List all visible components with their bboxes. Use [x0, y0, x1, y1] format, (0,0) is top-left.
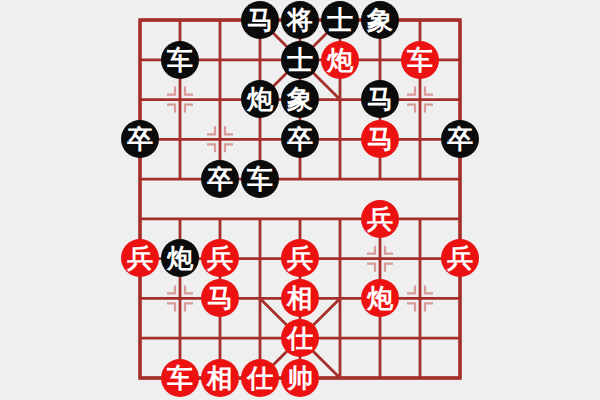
piece-red-advisor[interactable]: 仕	[241, 359, 279, 397]
piece-black-chariot[interactable]: 车	[241, 160, 279, 198]
piece-red-cannon[interactable]: 炮	[321, 41, 359, 79]
piece-red-soldier[interactable]: 兵	[361, 200, 399, 238]
piece-red-soldier[interactable]: 兵	[121, 239, 159, 277]
piece-red-soldier[interactable]: 兵	[201, 239, 239, 277]
piece-red-chariot[interactable]: 车	[161, 359, 199, 397]
piece-black-horse[interactable]: 马	[361, 80, 399, 118]
piece-black-advisor[interactable]: 士	[281, 41, 319, 79]
piece-red-horse[interactable]: 马	[201, 279, 239, 317]
piece-black-soldier[interactable]: 卒	[121, 120, 159, 158]
piece-red-cannon[interactable]: 炮	[361, 279, 399, 317]
piece-black-general[interactable]: 将	[281, 1, 319, 39]
piece-black-chariot[interactable]: 车	[161, 41, 199, 79]
piece-black-cannon[interactable]: 炮	[161, 239, 199, 277]
piece-red-general[interactable]: 帅	[281, 359, 319, 397]
xiangqi-screen: 马将士象车士炮车炮象马卒卒马卒卒车兵兵炮兵兵兵马相炮仕车相仕帅	[0, 0, 600, 400]
piece-black-elephant[interactable]: 象	[361, 1, 399, 39]
piece-black-soldier[interactable]: 卒	[441, 120, 479, 158]
piece-black-elephant[interactable]: 象	[281, 80, 319, 118]
piece-black-cannon[interactable]: 炮	[241, 80, 279, 118]
piece-red-advisor[interactable]: 仕	[281, 319, 319, 357]
piece-black-soldier[interactable]: 卒	[281, 120, 319, 158]
piece-black-advisor[interactable]: 士	[321, 1, 359, 39]
piece-red-chariot[interactable]: 车	[401, 41, 439, 79]
piece-red-soldier[interactable]: 兵	[441, 239, 479, 277]
piece-red-elephant[interactable]: 相	[281, 279, 319, 317]
piece-red-elephant[interactable]: 相	[201, 359, 239, 397]
piece-red-soldier[interactable]: 兵	[281, 239, 319, 277]
piece-black-soldier[interactable]: 卒	[201, 160, 239, 198]
piece-black-horse[interactable]: 马	[241, 1, 279, 39]
piece-red-horse[interactable]: 马	[361, 120, 399, 158]
board-pieces: 马将士象车士炮车炮象马卒卒马卒卒车兵兵炮兵兵兵马相炮仕车相仕帅	[120, 0, 480, 398]
